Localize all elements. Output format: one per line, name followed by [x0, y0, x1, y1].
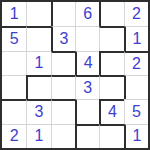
cell-r6c5[interactable] — [99, 124, 123, 148]
cell-r2c1-given[interactable]: 5 — [2, 26, 26, 50]
cell-r3c5[interactable] — [99, 51, 123, 75]
cell-r5c6-given[interactable]: 5 — [124, 99, 148, 123]
cell-r3c3[interactable] — [51, 51, 75, 75]
cell-r3c4-given[interactable]: 4 — [75, 51, 99, 75]
cell-r3c1[interactable] — [2, 51, 26, 75]
cell-r6c6-given[interactable]: 1 — [124, 124, 148, 148]
cell-r6c3[interactable] — [51, 124, 75, 148]
cell-r6c4[interactable] — [75, 124, 99, 148]
cell-r4c5[interactable] — [99, 75, 123, 99]
cell-r4c6[interactable] — [124, 75, 148, 99]
cell-r2c4[interactable] — [75, 26, 99, 50]
cell-r5c3[interactable] — [51, 99, 75, 123]
cell-r6c2-given[interactable]: 1 — [26, 124, 50, 148]
cell-r5c1[interactable] — [2, 99, 26, 123]
cell-r1c6-given[interactable]: 2 — [124, 2, 148, 26]
cell-r2c6-given[interactable]: 1 — [124, 26, 148, 50]
cell-r2c3-given[interactable]: 3 — [51, 26, 75, 50]
cell-r2c2[interactable] — [26, 26, 50, 50]
cell-r1c4-given[interactable]: 6 — [75, 2, 99, 26]
cell-r5c4[interactable] — [75, 99, 99, 123]
cell-r5c5-given[interactable]: 4 — [99, 99, 123, 123]
cell-r4c1[interactable] — [2, 75, 26, 99]
cell-r5c2-given[interactable]: 3 — [26, 99, 50, 123]
suguru-board: 1625311423345211 — [0, 0, 150, 150]
cell-r2c5[interactable] — [99, 26, 123, 50]
cell-r6c1-given[interactable]: 2 — [2, 124, 26, 148]
cell-r4c3[interactable] — [51, 75, 75, 99]
cell-r1c3[interactable] — [51, 2, 75, 26]
cell-r1c5[interactable] — [99, 2, 123, 26]
cell-r3c2-given[interactable]: 1 — [26, 51, 50, 75]
cell-r3c6-given[interactable]: 2 — [124, 51, 148, 75]
cell-r1c2[interactable] — [26, 2, 50, 26]
cell-r4c2[interactable] — [26, 75, 50, 99]
cell-r4c4-given[interactable]: 3 — [75, 75, 99, 99]
cell-r1c1-given[interactable]: 1 — [2, 2, 26, 26]
